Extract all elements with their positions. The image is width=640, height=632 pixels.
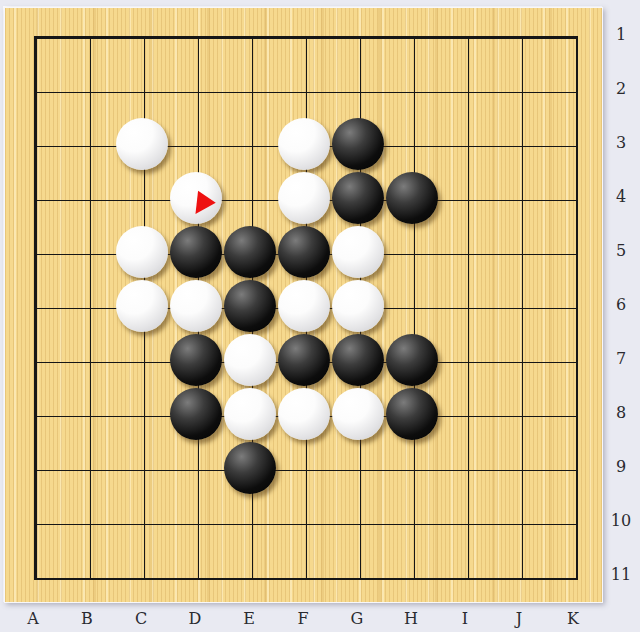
board-point-E10[interactable] (223, 495, 277, 549)
board-point-K1[interactable] (547, 9, 601, 63)
board-point-G11[interactable] (331, 549, 385, 603)
board-point-G10[interactable] (331, 495, 385, 549)
black-stone-D7 (170, 334, 222, 386)
board-point-F8[interactable] (277, 387, 331, 441)
black-stone-H7 (386, 334, 438, 386)
board-point-I5[interactable] (439, 225, 493, 279)
board-point-E3[interactable] (223, 117, 277, 171)
board-point-I8[interactable] (439, 387, 493, 441)
row-label-6: 6 (604, 294, 638, 316)
white-stone-F6 (278, 280, 330, 332)
board-point-F9[interactable] (277, 441, 331, 495)
board-point-A2[interactable] (7, 63, 61, 117)
board-point-D1[interactable] (169, 9, 223, 63)
board-point-C4[interactable] (115, 171, 169, 225)
white-stone-C3 (116, 118, 168, 170)
board-point-I10[interactable] (439, 495, 493, 549)
board-point-K10[interactable] (547, 495, 601, 549)
board-point-J7[interactable] (493, 333, 547, 387)
board-point-F5[interactable] (277, 225, 331, 279)
row-label-10: 10 (604, 510, 638, 532)
board-point-D10[interactable] (169, 495, 223, 549)
col-label-B: B (70, 608, 104, 630)
board-point-I11[interactable] (439, 549, 493, 603)
board-point-K9[interactable] (547, 441, 601, 495)
board-point-D7[interactable] (169, 333, 223, 387)
board-point-J3[interactable] (493, 117, 547, 171)
board-point-K2[interactable] (547, 63, 601, 117)
board-point-H3[interactable] (385, 117, 439, 171)
black-stone-F7 (278, 334, 330, 386)
board-point-D2[interactable] (169, 63, 223, 117)
col-label-D: D (178, 608, 212, 630)
board-point-D8[interactable] (169, 387, 223, 441)
col-label-C: C (124, 608, 158, 630)
board-point-C11[interactable] (115, 549, 169, 603)
board-point-A8[interactable] (7, 387, 61, 441)
board-point-B2[interactable] (61, 63, 115, 117)
board-point-I1[interactable] (439, 9, 493, 63)
row-label-3: 3 (604, 132, 638, 154)
black-stone-D5 (170, 226, 222, 278)
board-point-J2[interactable] (493, 63, 547, 117)
row-label-9: 9 (604, 456, 638, 478)
board-point-B5[interactable] (61, 225, 115, 279)
board-point-E6[interactable] (223, 279, 277, 333)
white-stone-E7 (224, 334, 276, 386)
board-point-F4[interactable] (277, 171, 331, 225)
white-stone-G5 (332, 226, 384, 278)
board-point-E11[interactable] (223, 549, 277, 603)
board-point-G7[interactable] (331, 333, 385, 387)
board-point-I7[interactable] (439, 333, 493, 387)
black-stone-F5 (278, 226, 330, 278)
board-point-J9[interactable] (493, 441, 547, 495)
black-stone-H8 (386, 388, 438, 440)
board-point-J11[interactable] (493, 549, 547, 603)
board-point-K7[interactable] (547, 333, 601, 387)
board-point-H5[interactable] (385, 225, 439, 279)
white-stone-E8 (224, 388, 276, 440)
board-point-G5[interactable] (331, 225, 385, 279)
col-label-H: H (394, 608, 428, 630)
board-point-A6[interactable] (7, 279, 61, 333)
board-point-B7[interactable] (61, 333, 115, 387)
board-point-K5[interactable] (547, 225, 601, 279)
row-label-4: 4 (604, 186, 638, 208)
board-point-C10[interactable] (115, 495, 169, 549)
black-stone-E9 (224, 442, 276, 494)
col-label-A: A (16, 608, 50, 630)
board-point-H1[interactable] (385, 9, 439, 63)
white-stone-G6 (332, 280, 384, 332)
board-point-B4[interactable] (61, 171, 115, 225)
white-stone-G8 (332, 388, 384, 440)
board-point-E7[interactable] (223, 333, 277, 387)
board-point-C5[interactable] (115, 225, 169, 279)
board-point-C3[interactable] (115, 117, 169, 171)
board-point-D6[interactable] (169, 279, 223, 333)
board-point-A10[interactable] (7, 495, 61, 549)
board-point-E2[interactable] (223, 63, 277, 117)
board-point-G9[interactable] (331, 441, 385, 495)
black-stone-E5 (224, 226, 276, 278)
col-label-J: J (502, 608, 536, 630)
black-stone-G7 (332, 334, 384, 386)
row-label-2: 2 (604, 78, 638, 100)
board-point-B9[interactable] (61, 441, 115, 495)
black-stone-G4 (332, 172, 384, 224)
board-point-A4[interactable] (7, 171, 61, 225)
board-point-F3[interactable] (277, 117, 331, 171)
board-point-G8[interactable] (331, 387, 385, 441)
board-point-E9[interactable] (223, 441, 277, 495)
go-app-screen: 1234567891011 ABCDEFGHIJK (0, 0, 640, 632)
board-point-A7[interactable] (7, 333, 61, 387)
board-point-H10[interactable] (385, 495, 439, 549)
board-point-I6[interactable] (439, 279, 493, 333)
board-point-D3[interactable] (169, 117, 223, 171)
last-move-marker-icon (170, 172, 222, 224)
col-label-K: K (556, 608, 590, 630)
board-point-G1[interactable] (331, 9, 385, 63)
black-stone-D8 (170, 388, 222, 440)
board-points-grid[interactable] (7, 9, 601, 603)
col-label-F: F (286, 608, 320, 630)
board-point-D5[interactable] (169, 225, 223, 279)
white-stone-F4 (278, 172, 330, 224)
col-label-I: I (448, 608, 482, 630)
board-point-K4[interactable] (547, 171, 601, 225)
board-point-F11[interactable] (277, 549, 331, 603)
board-point-B10[interactable] (61, 495, 115, 549)
board-point-K11[interactable] (547, 549, 601, 603)
board-point-D4[interactable] (169, 171, 223, 225)
board-point-F10[interactable] (277, 495, 331, 549)
board-point-H6[interactable] (385, 279, 439, 333)
black-stone-E6 (224, 280, 276, 332)
row-label-8: 8 (604, 402, 638, 424)
white-stone-C6 (116, 280, 168, 332)
board-point-E4[interactable] (223, 171, 277, 225)
board-point-A9[interactable] (7, 441, 61, 495)
board-point-I9[interactable] (439, 441, 493, 495)
white-stone-F8 (278, 388, 330, 440)
board-point-I3[interactable] (439, 117, 493, 171)
board-point-E1[interactable] (223, 9, 277, 63)
board-point-E8[interactable] (223, 387, 277, 441)
row-label-7: 7 (604, 348, 638, 370)
col-label-E: E (232, 608, 266, 630)
board-point-J1[interactable] (493, 9, 547, 63)
board-point-H7[interactable] (385, 333, 439, 387)
board-point-G6[interactable] (331, 279, 385, 333)
board-point-H11[interactable] (385, 549, 439, 603)
board-point-J4[interactable] (493, 171, 547, 225)
board-point-B3[interactable] (61, 117, 115, 171)
board-point-C8[interactable] (115, 387, 169, 441)
board-point-A5[interactable] (7, 225, 61, 279)
board-point-I4[interactable] (439, 171, 493, 225)
board-point-H2[interactable] (385, 63, 439, 117)
board-point-F6[interactable] (277, 279, 331, 333)
board-point-C1[interactable] (115, 9, 169, 63)
board-point-B6[interactable] (61, 279, 115, 333)
board-point-J10[interactable] (493, 495, 547, 549)
board-point-C7[interactable] (115, 333, 169, 387)
board-point-G4[interactable] (331, 171, 385, 225)
board-point-H8[interactable] (385, 387, 439, 441)
go-board (4, 7, 603, 603)
board-point-F7[interactable] (277, 333, 331, 387)
board-point-H9[interactable] (385, 441, 439, 495)
board-point-J6[interactable] (493, 279, 547, 333)
white-stone-D4 (170, 172, 222, 224)
board-point-A1[interactable] (7, 9, 61, 63)
white-stone-C5 (116, 226, 168, 278)
board-point-J8[interactable] (493, 387, 547, 441)
board-point-K3[interactable] (547, 117, 601, 171)
black-stone-G3 (332, 118, 384, 170)
row-label-11: 11 (604, 564, 638, 586)
board-point-B11[interactable] (61, 549, 115, 603)
board-point-A3[interactable] (7, 117, 61, 171)
row-label-5: 5 (604, 240, 638, 262)
board-point-G3[interactable] (331, 117, 385, 171)
board-point-D11[interactable] (169, 549, 223, 603)
board-point-G2[interactable] (331, 63, 385, 117)
black-stone-H4 (386, 172, 438, 224)
board-point-J5[interactable] (493, 225, 547, 279)
white-stone-F3 (278, 118, 330, 170)
row-label-1: 1 (604, 24, 638, 46)
board-point-D9[interactable] (169, 441, 223, 495)
board-point-F2[interactable] (277, 63, 331, 117)
board-point-B1[interactable] (61, 9, 115, 63)
col-label-G: G (340, 608, 374, 630)
board-point-B8[interactable] (61, 387, 115, 441)
board-point-A11[interactable] (7, 549, 61, 603)
board-point-H4[interactable] (385, 171, 439, 225)
board-point-C6[interactable] (115, 279, 169, 333)
white-stone-D6 (170, 280, 222, 332)
board-point-C2[interactable] (115, 63, 169, 117)
board-point-C9[interactable] (115, 441, 169, 495)
board-point-K6[interactable] (547, 279, 601, 333)
board-point-F1[interactable] (277, 9, 331, 63)
board-point-I2[interactable] (439, 63, 493, 117)
board-point-E5[interactable] (223, 225, 277, 279)
board-point-K8[interactable] (547, 387, 601, 441)
